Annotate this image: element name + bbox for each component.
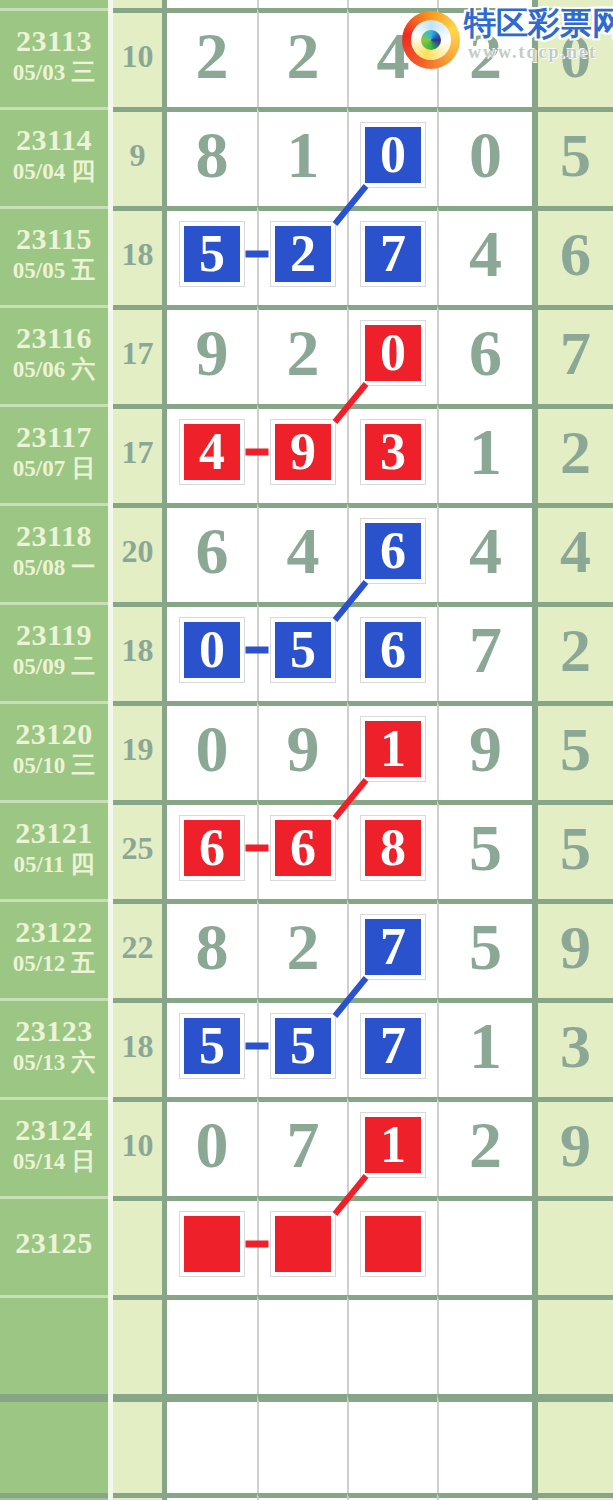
draw-row: 2311405/04四981005 (0, 107, 613, 206)
digit-cell-1: 6 (167, 800, 257, 899)
date-label: 05/05五 (13, 257, 95, 284)
site-url: www.tqcp.net (468, 42, 613, 62)
sum-cell: 10 (113, 1097, 162, 1196)
digit-value: 4 (287, 518, 320, 584)
sum-cell (113, 1394, 162, 1493)
digit-cell-3 (347, 1295, 437, 1394)
digit-value: 4 (560, 518, 591, 584)
draw-row: 2311505/05五1852746 (0, 206, 613, 305)
digit-cell-2: 9 (257, 701, 347, 800)
highlight-box-blue: 5 (270, 1013, 336, 1079)
highlight-box-blue: 7 (360, 914, 426, 980)
digit-cell-5: 5 (538, 107, 613, 206)
highlight-box-blue: 5 (270, 617, 336, 683)
highlight-box-blue: 7 (360, 221, 426, 287)
digit-cell-3: 6 (347, 503, 437, 602)
sum-cell (113, 1196, 162, 1295)
digit-cell-5 (538, 1196, 613, 1295)
date-value: 05/06 (13, 357, 65, 382)
digit-cell-4: 4 (437, 503, 532, 602)
digit-cell-1 (167, 1493, 257, 1500)
boxed-digit: 8 (365, 820, 421, 876)
highlight-box-blue: 5 (179, 1013, 245, 1079)
digit-cell-1: 8 (167, 107, 257, 206)
highlight-box-red: 6 (179, 815, 245, 881)
digit-cell-4: 9 (437, 701, 532, 800)
prediction-box (179, 1211, 245, 1277)
digit-value: 2 (196, 23, 229, 89)
sum-value: 10 (122, 38, 154, 75)
sum-cell: 19 (113, 701, 162, 800)
weekday-label: 一 (71, 553, 95, 580)
boxed-digit: 9 (275, 424, 331, 480)
digit-value: 2 (469, 1112, 502, 1178)
boxed-digit: 0 (184, 622, 240, 678)
highlight-box-red: 0 (360, 320, 426, 386)
digit-cell-1: 5 (167, 206, 257, 305)
sum-value: 20 (122, 533, 154, 570)
highlight-box-red: 1 (360, 716, 426, 782)
digit-cell-2: 9 (257, 404, 347, 503)
weekday-label: 四 (71, 157, 95, 184)
weekday-label: 三 (71, 58, 95, 85)
draw-row: 2311705/07日1749312 (0, 404, 613, 503)
highlight-box-blue: 7 (360, 1013, 426, 1079)
digit-cell-4 (437, 1394, 532, 1493)
digit-cell-1 (167, 1394, 257, 1493)
digit-cell-1: 8 (167, 899, 257, 998)
digit-value: 5 (560, 716, 591, 782)
sum-value: 22 (122, 929, 154, 966)
weekday-label: 四 (71, 850, 95, 877)
boxed-digit: 1 (365, 721, 421, 777)
digit-cell-5: 3 (538, 998, 613, 1097)
boxed-digit: 6 (365, 622, 421, 678)
highlight-box-red: 4 (179, 419, 245, 485)
sum-cell: 18 (113, 602, 162, 701)
period-cell: 2311305/03三 (0, 8, 108, 107)
digit-value: 5 (469, 815, 502, 881)
sum-cell (113, 0, 162, 8)
period-cell: 2312405/14日 (0, 1097, 108, 1196)
digit-cell-5 (538, 1394, 613, 1493)
digit-cell-3: 6 (347, 602, 437, 701)
period-cell: 23125 (0, 1196, 108, 1295)
date-label: 05/07日 (13, 455, 95, 482)
sum-cell: 18 (113, 998, 162, 1097)
digit-cell-1: 9 (167, 305, 257, 404)
period-cell (0, 1394, 108, 1493)
sum-value: 17 (122, 434, 154, 471)
digit-cell-3 (347, 1493, 437, 1500)
site-name: 特区彩票网 (464, 5, 613, 41)
date-label: 05/13六 (13, 1049, 95, 1076)
date-value: 05/13 (13, 1050, 65, 1075)
highlight-box-blue: 6 (360, 518, 426, 584)
boxed-digit: 6 (184, 820, 240, 876)
sum-cell: 25 (113, 800, 162, 899)
digit-value: 8 (196, 122, 229, 188)
digit-cell-2: 6 (257, 800, 347, 899)
draw-row: 2311805/08一2064644 (0, 503, 613, 602)
highlight-box-red: 8 (360, 815, 426, 881)
sum-cell: 10 (113, 8, 162, 107)
period-label: 23119 (16, 619, 92, 651)
digit-cell-3: 7 (347, 998, 437, 1097)
sum-value: 19 (122, 731, 154, 768)
digit-cell-2: 2 (257, 206, 347, 305)
digit-cell-1 (167, 1295, 257, 1394)
highlight-box-red: 1 (360, 1112, 426, 1178)
digit-cell-2: 1 (257, 107, 347, 206)
period-cell: 2312205/12五 (0, 899, 108, 998)
digit-cell-2 (257, 1394, 347, 1493)
digit-value: 9 (196, 320, 229, 386)
digit-value: 4 (469, 221, 502, 287)
sum-value: 9 (130, 137, 146, 174)
digit-cell-5: 9 (538, 899, 613, 998)
partial-row-bottom (0, 1493, 613, 1500)
boxed-digit: 7 (365, 919, 421, 975)
digit-cell-5: 2 (538, 602, 613, 701)
digit-cell-3: 1 (347, 701, 437, 800)
digit-cell-3: 7 (347, 206, 437, 305)
period-label: 23114 (16, 124, 92, 156)
period-label: 23118 (16, 520, 92, 552)
sum-value: 17 (122, 335, 154, 372)
digit-cell-4: 1 (437, 404, 532, 503)
date-label: 05/14日 (13, 1148, 95, 1175)
site-logo-spiral-icon (402, 11, 460, 69)
empty-row (0, 1295, 613, 1394)
draw-row: 2311605/06六1792067 (0, 305, 613, 404)
period-cell: 2311905/09二 (0, 602, 108, 701)
digit-value: 1 (469, 1013, 502, 1079)
digit-cell-4: 2 (437, 1097, 532, 1196)
period-label: 23123 (15, 1015, 93, 1047)
date-value: 05/03 (13, 60, 65, 85)
date-label: 05/08一 (13, 554, 95, 581)
boxed-digit: 2 (275, 226, 331, 282)
date-label: 05/06六 (13, 356, 95, 383)
sum-value: 10 (122, 1127, 154, 1164)
highlight-box-red: 3 (360, 419, 426, 485)
digit-cell-2: 7 (257, 1097, 347, 1196)
sum-value: 18 (122, 632, 154, 669)
period-cell: 2312005/10三 (0, 701, 108, 800)
digit-cell-5: 5 (538, 800, 613, 899)
period-cell (0, 1295, 108, 1394)
sum-cell: 18 (113, 206, 162, 305)
period-cell: 2312305/13六 (0, 998, 108, 1097)
draw-row: 2312405/14日1007129 (0, 1097, 613, 1196)
digit-cell-2: 2 (257, 899, 347, 998)
highlight-box-blue: 0 (179, 617, 245, 683)
sum-cell: 22 (113, 899, 162, 998)
digit-cell-2 (257, 1196, 347, 1295)
digit-value: 2 (287, 320, 320, 386)
period-label: 23120 (15, 718, 93, 750)
period-label: 23124 (15, 1114, 93, 1146)
digit-value: 2 (287, 914, 320, 980)
prediction-box (360, 1211, 426, 1277)
weekday-label: 六 (71, 1048, 95, 1075)
digit-cell-2 (257, 1295, 347, 1394)
period-cell: 2311805/08一 (0, 503, 108, 602)
date-value: 05/09 (13, 654, 65, 679)
digit-cell-4: 1 (437, 998, 532, 1097)
digit-cell-1: 0 (167, 602, 257, 701)
date-value: 05/05 (13, 258, 65, 283)
sum-value: 18 (122, 1028, 154, 1065)
digit-cell-5: 5 (538, 701, 613, 800)
digit-cell-4: 6 (437, 305, 532, 404)
boxed-digit: 3 (365, 424, 421, 480)
digit-cell-4: 7 (437, 602, 532, 701)
digit-value: 7 (560, 320, 591, 386)
digit-cell-2: 5 (257, 998, 347, 1097)
highlight-box-blue: 0 (360, 122, 426, 188)
digit-value: 5 (469, 914, 502, 980)
boxed-digit: 6 (365, 523, 421, 579)
digit-cell-4: 5 (437, 800, 532, 899)
weekday-label: 五 (71, 949, 95, 976)
sum-cell: 17 (113, 305, 162, 404)
highlight-box-blue: 5 (179, 221, 245, 287)
period-label: 23113 (16, 25, 92, 57)
boxed-digit (365, 1216, 421, 1272)
date-value: 05/14 (13, 1149, 65, 1174)
period-cell (0, 1493, 108, 1500)
period-cell (0, 0, 108, 8)
digit-value: 4 (469, 518, 502, 584)
digit-cell-5 (538, 1493, 613, 1500)
digit-value: 5 (560, 122, 591, 188)
weekday-label: 日 (71, 454, 95, 481)
period-cell: 2311505/05五 (0, 206, 108, 305)
period-label: 23115 (16, 223, 92, 255)
highlight-box-red: 6 (270, 815, 336, 881)
prediction-box (270, 1211, 336, 1277)
digit-cell-1: 0 (167, 701, 257, 800)
digit-cell-1: 5 (167, 998, 257, 1097)
digit-cell-4: 0 (437, 107, 532, 206)
weekday-label: 日 (71, 1147, 95, 1174)
digit-value: 7 (287, 1112, 320, 1178)
draw-row: 2312205/12五2282759 (0, 899, 613, 998)
boxed-digit (184, 1216, 240, 1272)
date-label: 05/03三 (13, 59, 95, 86)
digit-cell-2: 4 (257, 503, 347, 602)
boxed-digit: 5 (184, 226, 240, 282)
digit-value: 2 (560, 617, 591, 683)
digit-cell-5: 2 (538, 404, 613, 503)
boxed-digit: 7 (365, 1018, 421, 1074)
chart-table: 2311305/03三10224202311405/04四98100523115… (0, 0, 613, 1500)
digit-value: 2 (287, 23, 320, 89)
date-value: 05/10 (13, 753, 65, 778)
digit-cell-2 (257, 1493, 347, 1500)
digit-cell-4: 5 (437, 899, 532, 998)
digit-value: 2 (560, 419, 591, 485)
digit-value: 0 (196, 716, 229, 782)
digit-cell-3 (347, 1394, 437, 1493)
sum-value: 25 (122, 830, 154, 867)
boxed-digit: 5 (184, 1018, 240, 1074)
digit-cell-3: 1 (347, 1097, 437, 1196)
digit-cell-2: 2 (257, 8, 347, 107)
period-label: 23116 (16, 322, 92, 354)
digit-cell-4 (437, 1295, 532, 1394)
digit-cell-5: 6 (538, 206, 613, 305)
digit-value: 7 (469, 617, 502, 683)
date-value: 05/07 (13, 456, 65, 481)
date-value: 05/08 (13, 555, 65, 580)
highlight-box-blue: 2 (270, 221, 336, 287)
digit-value: 3 (560, 1013, 591, 1079)
highlight-box-red: 9 (270, 419, 336, 485)
digit-cell-3: 0 (347, 107, 437, 206)
draw-row: 2312105/11四2566855 (0, 800, 613, 899)
digit-cell-1: 2 (167, 8, 257, 107)
digit-value: 1 (287, 122, 320, 188)
period-label: 23122 (15, 916, 93, 948)
sum-cell (113, 1493, 162, 1500)
boxed-digit (275, 1216, 331, 1272)
period-cell: 2311605/06六 (0, 305, 108, 404)
sum-cell: 20 (113, 503, 162, 602)
digit-cell-2: 5 (257, 602, 347, 701)
digit-value: 5 (560, 815, 591, 881)
digit-cell-3: 7 (347, 899, 437, 998)
sum-cell (113, 1295, 162, 1394)
period-cell: 2311405/04四 (0, 107, 108, 206)
boxed-digit: 0 (365, 325, 421, 381)
boxed-digit: 5 (275, 622, 331, 678)
boxed-digit: 6 (275, 820, 331, 876)
digit-cell-3 (347, 1196, 437, 1295)
digit-cell-5: 9 (538, 1097, 613, 1196)
digit-value: 8 (196, 914, 229, 980)
weekday-label: 五 (71, 256, 95, 283)
digit-value: 0 (469, 122, 502, 188)
date-value: 05/12 (13, 951, 65, 976)
digit-cell-1: 0 (167, 1097, 257, 1196)
digit-value: 9 (469, 716, 502, 782)
boxed-digit: 7 (365, 226, 421, 282)
empty-row (0, 1394, 613, 1493)
weekday-label: 三 (71, 751, 95, 778)
date-label: 05/11四 (13, 851, 94, 878)
digit-value: 6 (560, 221, 591, 287)
digit-value: 9 (560, 914, 591, 980)
draw-row: 23125 (0, 1196, 613, 1295)
digit-cell-3: 3 (347, 404, 437, 503)
digit-cell-2: 2 (257, 305, 347, 404)
draw-row: 2311905/09二1805672 (0, 602, 613, 701)
sum-value: 18 (122, 236, 154, 273)
period-label: 23117 (16, 421, 92, 453)
draw-row: 2312005/10三1909195 (0, 701, 613, 800)
date-value: 05/11 (13, 852, 64, 877)
digit-cell-5 (538, 1295, 613, 1394)
boxed-digit: 0 (365, 127, 421, 183)
period-label: 23121 (15, 817, 93, 849)
digit-cell-2 (257, 0, 347, 8)
lottery-trend-chart: 2311305/03三10224202311405/04四98100523115… (0, 0, 613, 1500)
digit-value: 0 (196, 1112, 229, 1178)
digit-cell-1: 6 (167, 503, 257, 602)
weekday-label: 六 (71, 355, 95, 382)
period-cell: 2312105/11四 (0, 800, 108, 899)
site-logo: 特区彩票网 www.tqcp.net (402, 5, 613, 69)
digit-cell-5: 7 (538, 305, 613, 404)
digit-cell-3: 0 (347, 305, 437, 404)
digit-value: 6 (469, 320, 502, 386)
sum-cell: 17 (113, 404, 162, 503)
date-label: 05/09二 (13, 653, 95, 680)
date-label: 05/10三 (13, 752, 95, 779)
digit-cell-1 (167, 1196, 257, 1295)
site-logo-text: 特区彩票网 www.tqcp.net (464, 5, 613, 62)
period-cell: 2311705/07日 (0, 404, 108, 503)
digit-cell-4 (437, 1196, 532, 1295)
digit-value: 9 (560, 1112, 591, 1178)
digit-cell-4 (437, 1493, 532, 1500)
weekday-label: 二 (71, 652, 95, 679)
digit-cell-5: 4 (538, 503, 613, 602)
digit-value: 1 (469, 419, 502, 485)
draw-row: 2312305/13六1855713 (0, 998, 613, 1097)
digit-cell-1 (167, 0, 257, 8)
digit-cell-3: 8 (347, 800, 437, 899)
date-value: 05/04 (13, 159, 65, 184)
period-label: 23125 (15, 1227, 93, 1259)
digit-cell-1: 4 (167, 404, 257, 503)
highlight-box-blue: 6 (360, 617, 426, 683)
date-label: 05/12五 (13, 950, 95, 977)
digit-value: 9 (287, 716, 320, 782)
boxed-digit: 4 (184, 424, 240, 480)
sum-cell: 9 (113, 107, 162, 206)
date-label: 05/04四 (13, 158, 95, 185)
digit-cell-4: 4 (437, 206, 532, 305)
boxed-digit: 1 (365, 1117, 421, 1173)
boxed-digit: 5 (275, 1018, 331, 1074)
digit-value: 6 (196, 518, 229, 584)
